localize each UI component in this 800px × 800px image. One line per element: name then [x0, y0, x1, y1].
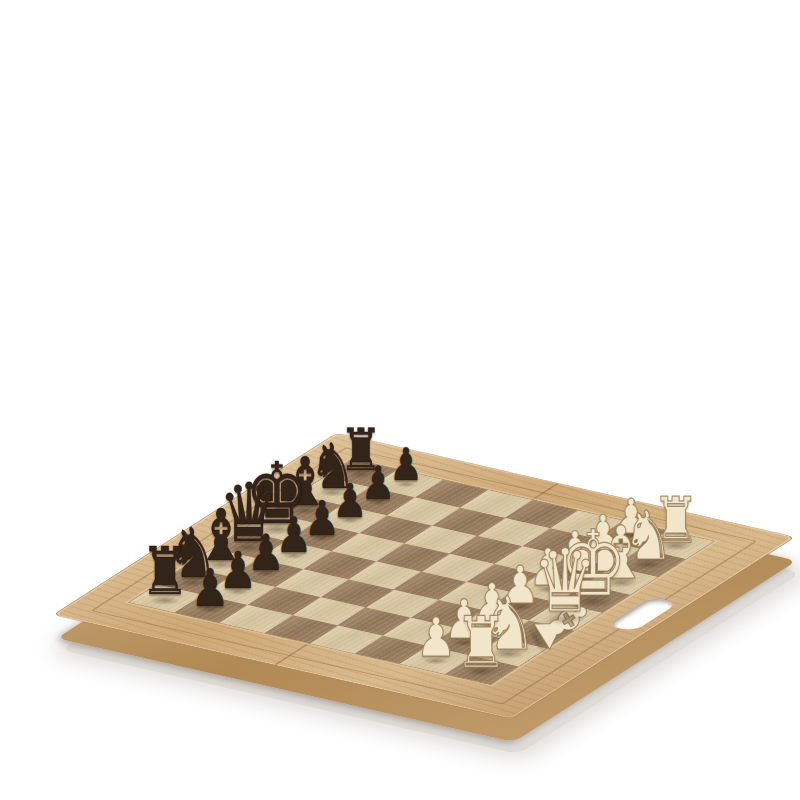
piece-white-queen: ♛: [532, 539, 598, 626]
pieces-layer: ♜♞♝♛♚♝♞♜♟♟♟♟♟♟♟♟♜♞♝♛♚♝♞♜♟♟♟♟♟♟♟♟: [0, 0, 800, 800]
piece-black-pawn: ♟: [191, 562, 230, 614]
product-photo: ♜♞♝♛♚♝♞♜♟♟♟♟♟♟♟♟♜♞♝♛♚♝♞♜♟♟♟♟♟♟♟♟: [0, 0, 800, 800]
piece-black-rook: ♜: [140, 539, 190, 605]
piece-white-rook: ♜: [454, 607, 507, 678]
piece-white-pawn: ♟: [416, 611, 457, 665]
